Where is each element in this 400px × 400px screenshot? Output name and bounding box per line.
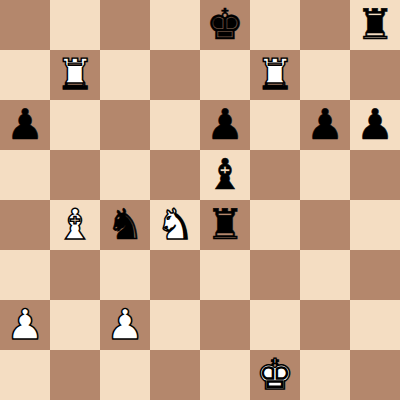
square-f5[interactable] <box>250 150 300 200</box>
square-c6[interactable] <box>100 100 150 150</box>
square-g6[interactable]: ♟ <box>300 100 350 150</box>
square-g4[interactable] <box>300 200 350 250</box>
white-king[interactable]: ♚ <box>256 350 294 400</box>
square-b2[interactable] <box>50 300 100 350</box>
square-g2[interactable] <box>300 300 350 350</box>
square-a2[interactable]: ♟ <box>0 300 50 350</box>
square-a8[interactable] <box>0 0 50 50</box>
square-h1[interactable] <box>350 350 400 400</box>
white-pawn[interactable]: ♟ <box>106 300 144 350</box>
square-e3[interactable] <box>200 250 250 300</box>
square-c5[interactable] <box>100 150 150 200</box>
square-d1[interactable] <box>150 350 200 400</box>
square-b4[interactable]: ♝ <box>50 200 100 250</box>
square-g3[interactable] <box>300 250 350 300</box>
square-c7[interactable] <box>100 50 150 100</box>
black-pawn[interactable]: ♟ <box>306 100 344 150</box>
square-a7[interactable] <box>0 50 50 100</box>
square-g8[interactable] <box>300 0 350 50</box>
square-g1[interactable] <box>300 350 350 400</box>
square-d4[interactable]: ♞ <box>150 200 200 250</box>
square-c3[interactable] <box>100 250 150 300</box>
square-a3[interactable] <box>0 250 50 300</box>
square-b7[interactable]: ♜ <box>50 50 100 100</box>
black-knight[interactable]: ♞ <box>106 200 144 250</box>
square-c1[interactable] <box>100 350 150 400</box>
square-f2[interactable] <box>250 300 300 350</box>
square-e6[interactable]: ♟ <box>200 100 250 150</box>
square-b1[interactable] <box>50 350 100 400</box>
square-d5[interactable] <box>150 150 200 200</box>
black-bishop[interactable]: ♝ <box>206 150 244 200</box>
black-rook[interactable]: ♜ <box>356 0 394 50</box>
square-h6[interactable]: ♟ <box>350 100 400 150</box>
white-rook[interactable]: ♜ <box>256 50 294 100</box>
chess-board: ♚♜♜♜♟♟♟♟♝♝♞♞♜♟♟♚ <box>0 0 400 400</box>
square-f4[interactable] <box>250 200 300 250</box>
square-c2[interactable]: ♟ <box>100 300 150 350</box>
square-b3[interactable] <box>50 250 100 300</box>
square-c4[interactable]: ♞ <box>100 200 150 250</box>
square-f6[interactable] <box>250 100 300 150</box>
square-a4[interactable] <box>0 200 50 250</box>
square-b8[interactable] <box>50 0 100 50</box>
square-h8[interactable]: ♜ <box>350 0 400 50</box>
square-a6[interactable]: ♟ <box>0 100 50 150</box>
square-d6[interactable] <box>150 100 200 150</box>
square-f3[interactable] <box>250 250 300 300</box>
square-f1[interactable]: ♚ <box>250 350 300 400</box>
square-a1[interactable] <box>0 350 50 400</box>
black-king[interactable]: ♚ <box>206 0 244 50</box>
square-e7[interactable] <box>200 50 250 100</box>
square-f7[interactable]: ♜ <box>250 50 300 100</box>
white-bishop[interactable]: ♝ <box>56 200 94 250</box>
white-pawn[interactable]: ♟ <box>6 300 44 350</box>
square-b6[interactable] <box>50 100 100 150</box>
square-d2[interactable] <box>150 300 200 350</box>
square-e5[interactable]: ♝ <box>200 150 250 200</box>
square-b5[interactable] <box>50 150 100 200</box>
square-e1[interactable] <box>200 350 250 400</box>
black-pawn[interactable]: ♟ <box>206 100 244 150</box>
square-e8[interactable]: ♚ <box>200 0 250 50</box>
square-h2[interactable] <box>350 300 400 350</box>
square-h5[interactable] <box>350 150 400 200</box>
black-pawn[interactable]: ♟ <box>6 100 44 150</box>
black-rook[interactable]: ♜ <box>206 200 244 250</box>
white-knight[interactable]: ♞ <box>156 200 194 250</box>
square-d8[interactable] <box>150 0 200 50</box>
square-g5[interactable] <box>300 150 350 200</box>
square-d3[interactable] <box>150 250 200 300</box>
square-c8[interactable] <box>100 0 150 50</box>
square-h3[interactable] <box>350 250 400 300</box>
square-d7[interactable] <box>150 50 200 100</box>
square-f8[interactable] <box>250 0 300 50</box>
square-e4[interactable]: ♜ <box>200 200 250 250</box>
square-g7[interactable] <box>300 50 350 100</box>
square-h7[interactable] <box>350 50 400 100</box>
square-h4[interactable] <box>350 200 400 250</box>
white-rook[interactable]: ♜ <box>56 50 94 100</box>
square-e2[interactable] <box>200 300 250 350</box>
square-a5[interactable] <box>0 150 50 200</box>
black-pawn[interactable]: ♟ <box>356 100 394 150</box>
